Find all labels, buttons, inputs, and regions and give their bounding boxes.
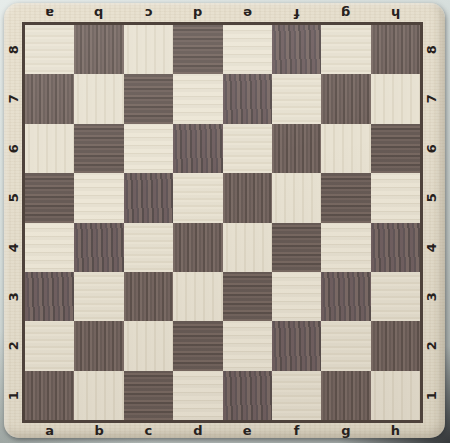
square-b1[interactable] <box>74 371 123 420</box>
square-f3[interactable] <box>272 272 321 321</box>
square-b3[interactable] <box>74 272 123 321</box>
square-d2[interactable] <box>173 321 222 370</box>
square-e1[interactable] <box>223 371 272 420</box>
file-label-bottom-c: c <box>124 422 173 438</box>
square-d8[interactable] <box>173 25 222 74</box>
square-g2[interactable] <box>321 321 370 370</box>
file-label-top-c: c <box>124 4 173 23</box>
square-e6[interactable] <box>223 124 272 173</box>
square-d3[interactable] <box>173 272 222 321</box>
square-d7[interactable] <box>173 74 222 123</box>
square-c6[interactable] <box>124 124 173 173</box>
square-h3[interactable] <box>371 272 420 321</box>
file-labels-top: abcdefgh <box>25 4 420 23</box>
square-d5[interactable] <box>173 173 222 222</box>
file-label-top-f: f <box>272 4 321 23</box>
square-f7[interactable] <box>272 74 321 123</box>
square-e2[interactable] <box>223 321 272 370</box>
photo-background: abcdefgh abcdefgh 87654321 87654321 <box>0 0 450 443</box>
square-g6[interactable] <box>321 124 370 173</box>
square-b6[interactable] <box>74 124 123 173</box>
square-c1[interactable] <box>124 371 173 420</box>
file-label-top-h: h <box>371 4 420 23</box>
square-e8[interactable] <box>223 25 272 74</box>
square-h1[interactable] <box>371 371 420 420</box>
file-label-top-g: g <box>321 4 370 23</box>
file-label-bottom-e: e <box>223 422 272 438</box>
square-f2[interactable] <box>272 321 321 370</box>
square-h2[interactable] <box>371 321 420 370</box>
file-labels-bottom: abcdefgh <box>25 422 420 438</box>
square-c5[interactable] <box>124 173 173 222</box>
square-a2[interactable] <box>25 321 74 370</box>
chess-board-mat: abcdefgh abcdefgh 87654321 87654321 <box>4 3 445 438</box>
square-g8[interactable] <box>321 25 370 74</box>
file-label-top-e: e <box>223 4 272 23</box>
square-g4[interactable] <box>321 223 370 272</box>
square-h4[interactable] <box>371 223 420 272</box>
file-label-top-d: d <box>173 4 222 23</box>
square-g5[interactable] <box>321 173 370 222</box>
square-a1[interactable] <box>25 371 74 420</box>
square-d4[interactable] <box>173 223 222 272</box>
chess-board <box>22 22 423 423</box>
square-a6[interactable] <box>25 124 74 173</box>
square-f5[interactable] <box>272 173 321 222</box>
file-label-top-b: b <box>74 4 123 23</box>
square-g1[interactable] <box>321 371 370 420</box>
square-e3[interactable] <box>223 272 272 321</box>
square-g3[interactable] <box>321 272 370 321</box>
square-h8[interactable] <box>371 25 420 74</box>
square-f1[interactable] <box>272 371 321 420</box>
square-e7[interactable] <box>223 74 272 123</box>
square-h5[interactable] <box>371 173 420 222</box>
file-label-bottom-d: d <box>173 422 222 438</box>
square-a5[interactable] <box>25 173 74 222</box>
square-d1[interactable] <box>173 371 222 420</box>
file-label-bottom-a: a <box>25 422 74 438</box>
square-d6[interactable] <box>173 124 222 173</box>
file-label-top-a: a <box>25 4 74 23</box>
square-e4[interactable] <box>223 223 272 272</box>
square-c2[interactable] <box>124 321 173 370</box>
file-label-bottom-f: f <box>272 422 321 438</box>
square-b4[interactable] <box>74 223 123 272</box>
rank-labels-left: 87654321 <box>4 25 24 420</box>
square-a8[interactable] <box>25 25 74 74</box>
square-a3[interactable] <box>25 272 74 321</box>
square-f6[interactable] <box>272 124 321 173</box>
square-f8[interactable] <box>272 25 321 74</box>
square-c4[interactable] <box>124 223 173 272</box>
square-b8[interactable] <box>74 25 123 74</box>
square-b7[interactable] <box>74 74 123 123</box>
square-c8[interactable] <box>124 25 173 74</box>
square-f4[interactable] <box>272 223 321 272</box>
square-h7[interactable] <box>371 74 420 123</box>
square-e5[interactable] <box>223 173 272 222</box>
square-a4[interactable] <box>25 223 74 272</box>
square-c3[interactable] <box>124 272 173 321</box>
square-g7[interactable] <box>321 74 370 123</box>
file-label-bottom-g: g <box>321 422 370 438</box>
square-b2[interactable] <box>74 321 123 370</box>
square-b5[interactable] <box>74 173 123 222</box>
file-label-bottom-b: b <box>74 422 123 438</box>
square-c7[interactable] <box>124 74 173 123</box>
square-a7[interactable] <box>25 74 74 123</box>
file-label-bottom-h: h <box>371 422 420 438</box>
square-h6[interactable] <box>371 124 420 173</box>
